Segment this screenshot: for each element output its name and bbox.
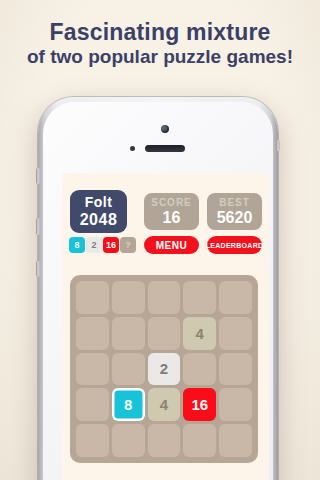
empty-cell[interactable] [148, 424, 181, 457]
next-tiles-queue: 8216? [69, 237, 136, 253]
empty-cell[interactable] [148, 317, 181, 350]
empty-cell[interactable] [183, 281, 216, 314]
iphone-mockup: Folt 2048 SCORE 16 BEST 5620 8216? MENU … [38, 97, 278, 480]
proximity-sensor-icon [130, 146, 135, 151]
empty-cell[interactable] [112, 317, 145, 350]
game-screen: Folt 2048 SCORE 16 BEST 5620 8216? MENU … [62, 173, 269, 480]
empty-cell[interactable] [76, 317, 109, 350]
empty-cell[interactable] [219, 353, 252, 386]
empty-cell[interactable] [183, 353, 216, 386]
front-camera-icon [161, 125, 169, 133]
empty-cell[interactable] [183, 424, 216, 457]
volume-down-button [36, 261, 40, 277]
empty-cell[interactable] [219, 388, 252, 421]
tagline: Fascinating mixture of two popular puzzl… [0, 19, 320, 68]
board-grid[interactable]: 428416 [70, 275, 258, 463]
app-logo-line-2: 2048 [70, 211, 127, 229]
best-box: BEST 5620 [207, 193, 262, 230]
score-label: SCORE [144, 196, 199, 209]
volume-up-button [36, 218, 40, 235]
empty-cell[interactable] [112, 353, 145, 386]
next-tile-2: 2 [86, 237, 102, 253]
empty-cell[interactable] [148, 281, 181, 314]
empty-cell[interactable] [76, 424, 109, 457]
best-value: 5620 [207, 209, 262, 227]
empty-cell[interactable] [219, 424, 252, 457]
empty-cell[interactable] [219, 317, 252, 350]
tagline-line-2: of two popular puzzle games! [0, 45, 320, 68]
tile-16[interactable]: 16 [183, 388, 216, 421]
app-store-screenshot: Fascinating mixture of two popular puzzl… [0, 0, 320, 480]
score-box: SCORE 16 [144, 193, 199, 230]
empty-cell[interactable] [112, 424, 145, 457]
menu-button[interactable]: MENU [144, 236, 199, 254]
app-logo: Folt 2048 [70, 190, 127, 233]
score-value: 16 [144, 209, 199, 227]
empty-cell[interactable] [112, 281, 145, 314]
phone-face: Folt 2048 SCORE 16 BEST 5620 8216? MENU … [43, 102, 273, 480]
power-button [276, 140, 280, 151]
earpiece-speaker-icon [145, 145, 185, 152]
best-label: BEST [207, 196, 262, 209]
leaderboard-button[interactable]: LEADERBOARD [207, 236, 262, 254]
next-tile-?: ? [120, 237, 136, 253]
empty-cell[interactable] [76, 353, 109, 386]
empty-cell[interactable] [76, 388, 109, 421]
app-logo-line-1: Folt [70, 194, 127, 211]
empty-cell[interactable] [219, 281, 252, 314]
mute-switch [36, 168, 40, 184]
tile-8[interactable]: 8 [112, 388, 145, 421]
tile-2[interactable]: 2 [148, 353, 181, 386]
next-tile-8: 8 [69, 237, 85, 253]
next-tile-16: 16 [103, 237, 119, 253]
tile-4[interactable]: 4 [183, 317, 216, 350]
tile-4[interactable]: 4 [148, 388, 181, 421]
empty-cell[interactable] [76, 281, 109, 314]
tagline-line-1: Fascinating mixture [0, 19, 320, 45]
